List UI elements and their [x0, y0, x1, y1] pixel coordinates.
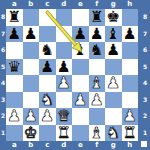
- square-a7[interactable]: ♟: [6, 26, 23, 43]
- file-label-h: h: [122, 141, 139, 150]
- square-e7[interactable]: ♟: [72, 26, 89, 43]
- piece-white-king-b1[interactable]: ♚: [24, 125, 38, 142]
- square-h3[interactable]: [122, 92, 139, 109]
- file-label-f: f: [89, 0, 106, 9]
- square-d3[interactable]: [56, 92, 73, 109]
- piece-black-pawn-c5[interactable]: ♟: [40, 59, 54, 76]
- square-d2[interactable]: ♛: [56, 108, 73, 125]
- piece-black-pawn-f7[interactable]: ♟: [90, 26, 104, 43]
- square-e3[interactable]: ♟: [72, 92, 89, 109]
- file-label-f: f: [89, 141, 106, 150]
- square-f8[interactable]: ♜: [89, 9, 106, 26]
- square-h2[interactable]: ♟: [122, 108, 139, 125]
- file-label-c: c: [39, 141, 56, 150]
- square-c3[interactable]: ♞: [39, 92, 56, 109]
- square-e8[interactable]: [72, 9, 89, 26]
- square-d5[interactable]: ♟: [56, 59, 73, 76]
- piece-black-rook-f8[interactable]: ♜: [90, 9, 104, 26]
- square-b5[interactable]: [23, 59, 40, 76]
- white-to-move-indicator: [141, 141, 147, 147]
- piece-black-knight-c6[interactable]: ♞: [40, 42, 54, 59]
- piece-white-pawn-a2[interactable]: ♟: [7, 108, 21, 125]
- file-label-g: g: [105, 141, 122, 150]
- square-d8[interactable]: [56, 9, 73, 26]
- square-e1[interactable]: [72, 125, 89, 142]
- piece-white-knight-g1[interactable]: ♞: [106, 125, 120, 142]
- square-a2[interactable]: ♟: [6, 108, 23, 125]
- piece-white-pawn-f3[interactable]: ♟: [90, 92, 104, 109]
- square-d4[interactable]: ♟: [56, 75, 73, 92]
- square-c1[interactable]: [39, 125, 56, 142]
- square-f5[interactable]: [89, 59, 106, 76]
- square-g6[interactable]: ♟: [105, 42, 122, 59]
- piece-black-pawn-g6[interactable]: ♟: [106, 42, 120, 59]
- piece-black-pawn-a7[interactable]: ♟: [7, 26, 21, 43]
- square-d1[interactable]: ♜: [56, 125, 73, 142]
- square-h5[interactable]: [122, 59, 139, 76]
- square-b8[interactable]: [23, 9, 40, 26]
- square-a3[interactable]: [6, 92, 23, 109]
- square-c8[interactable]: [39, 9, 56, 26]
- square-f4[interactable]: ♝: [89, 75, 106, 92]
- rank-label-1: 1: [140, 125, 150, 142]
- rank-label-7: 7: [140, 26, 150, 43]
- square-a6[interactable]: [6, 42, 23, 59]
- rank-label-2: 2: [140, 108, 150, 125]
- file-labels-top: abcdefgh: [6, 0, 138, 9]
- rank-label-3: 3: [140, 92, 150, 109]
- square-e2[interactable]: [72, 108, 89, 125]
- chess-board[interactable]: ♜♜♚♟♟♟♟♝♟♞♝♞♟♛♟♟♟♝♟♞♟♟♟♟♟♛♟♚♜♝♞♜: [6, 9, 138, 141]
- square-g2[interactable]: [105, 108, 122, 125]
- square-b6[interactable]: [23, 42, 40, 59]
- file-label-g: g: [105, 0, 122, 9]
- square-b1[interactable]: ♚: [23, 125, 40, 142]
- square-b4[interactable]: [23, 75, 40, 92]
- piece-black-king-g8[interactable]: ♚: [106, 9, 120, 26]
- piece-white-bishop-f1[interactable]: ♝: [90, 125, 104, 142]
- piece-black-pawn-d5[interactable]: ♟: [57, 59, 71, 76]
- piece-white-bishop-f4[interactable]: ♝: [90, 75, 104, 92]
- square-g8[interactable]: ♚: [105, 9, 122, 26]
- piece-black-pawn-h7[interactable]: ♟: [123, 26, 137, 43]
- file-label-b: b: [23, 0, 40, 9]
- square-c7[interactable]: [39, 26, 56, 43]
- square-h8[interactable]: [122, 9, 139, 26]
- piece-white-pawn-b2[interactable]: ♟: [24, 108, 38, 125]
- square-b2[interactable]: ♟: [23, 108, 40, 125]
- square-a8[interactable]: ♜: [6, 9, 23, 26]
- piece-black-bishop-g7[interactable]: ♝: [106, 26, 120, 43]
- square-h7[interactable]: ♟: [122, 26, 139, 43]
- square-c4[interactable]: [39, 75, 56, 92]
- square-b3[interactable]: [23, 92, 40, 109]
- piece-black-pawn-e7[interactable]: ♟: [73, 26, 87, 43]
- square-g3[interactable]: [105, 92, 122, 109]
- piece-white-pawn-c2[interactable]: ♟: [40, 108, 54, 125]
- square-f3[interactable]: ♟: [89, 92, 106, 109]
- file-label-d: d: [56, 141, 73, 150]
- square-f7[interactable]: ♟: [89, 26, 106, 43]
- rank-label-8: 8: [140, 9, 150, 26]
- piece-white-pawn-h2[interactable]: ♟: [123, 108, 137, 125]
- square-e5[interactable]: [72, 59, 89, 76]
- square-f6[interactable]: ♞: [89, 42, 106, 59]
- piece-white-rook-d1[interactable]: ♜: [57, 125, 71, 142]
- file-label-e: e: [72, 0, 89, 9]
- square-a1[interactable]: [6, 125, 23, 142]
- square-c5[interactable]: ♟: [39, 59, 56, 76]
- piece-white-pawn-g4[interactable]: ♟: [106, 75, 120, 92]
- piece-black-bishop-e6[interactable]: ♝: [73, 42, 87, 59]
- file-label-d: d: [56, 0, 73, 9]
- file-label-e: e: [72, 141, 89, 150]
- square-b7[interactable]: ♟: [23, 26, 40, 43]
- square-h4[interactable]: [122, 75, 139, 92]
- file-label-b: b: [23, 141, 40, 150]
- piece-white-queen-d2[interactable]: ♛: [57, 108, 71, 125]
- square-c2[interactable]: ♟: [39, 108, 56, 125]
- rank-label-4: 4: [140, 75, 150, 92]
- rank-labels-right: 87654321: [140, 9, 150, 141]
- piece-white-pawn-d4[interactable]: ♟: [57, 75, 71, 92]
- square-g1[interactable]: ♞: [105, 125, 122, 142]
- file-labels-bottom: abcdefgh: [6, 141, 138, 150]
- square-e6[interactable]: ♝: [72, 42, 89, 59]
- square-a5[interactable]: ♛: [6, 59, 23, 76]
- square-d7[interactable]: [56, 26, 73, 43]
- piece-black-queen-a5[interactable]: ♛: [7, 59, 21, 76]
- square-c6[interactable]: ♞: [39, 42, 56, 59]
- square-a4[interactable]: [6, 75, 23, 92]
- file-label-a: a: [6, 141, 23, 150]
- piece-white-knight-c3[interactable]: ♞: [40, 92, 54, 109]
- square-d6[interactable]: [56, 42, 73, 59]
- file-label-c: c: [39, 0, 56, 9]
- piece-white-rook-h1[interactable]: ♜: [123, 125, 137, 142]
- square-f2[interactable]: [89, 108, 106, 125]
- rank-label-6: 6: [140, 42, 150, 59]
- rank-label-5: 5: [140, 59, 150, 76]
- piece-black-rook-a8[interactable]: ♜: [7, 9, 21, 26]
- piece-black-knight-f6[interactable]: ♞: [90, 42, 104, 59]
- square-h6[interactable]: [122, 42, 139, 59]
- file-label-a: a: [6, 0, 23, 9]
- square-h1[interactable]: ♜: [122, 125, 139, 142]
- square-g5[interactable]: [105, 59, 122, 76]
- piece-black-pawn-b7[interactable]: ♟: [24, 26, 38, 43]
- chess-diagram: abcdefgh abcdefgh 87654321 87654321 ♜♜♚♟…: [0, 0, 150, 150]
- square-g4[interactable]: ♟: [105, 75, 122, 92]
- square-g7[interactable]: ♝: [105, 26, 122, 43]
- piece-white-pawn-e3[interactable]: ♟: [73, 92, 87, 109]
- file-label-h: h: [122, 0, 139, 9]
- square-e4[interactable]: [72, 75, 89, 92]
- square-f1[interactable]: ♝: [89, 125, 106, 142]
